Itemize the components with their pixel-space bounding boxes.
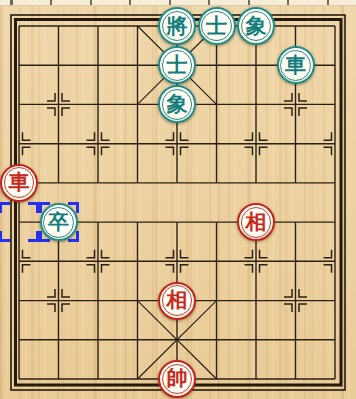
piece-red-general[interactable]: 帥: [158, 360, 196, 398]
piece-black-soldier[interactable]: 卒: [40, 203, 78, 241]
marker-corner: [28, 202, 39, 213]
piece-red-elephant[interactable]: 相: [237, 203, 275, 241]
piece-glyph: 帥: [167, 368, 188, 389]
piece-black-general[interactable]: 將: [158, 7, 196, 45]
marker-corner: [28, 231, 39, 242]
piece-glyph: 車: [285, 54, 306, 75]
piece-red-elephant[interactable]: 相: [158, 282, 196, 320]
piece-red-chariot[interactable]: 車: [0, 164, 38, 202]
piece-glyph: 士: [167, 54, 188, 75]
piece-glyph: 將: [167, 15, 188, 36]
piece-glyph: 卒: [48, 211, 69, 232]
last-move-marker-from: [0, 202, 39, 242]
board-grid[interactable]: 將士象士車象車卒相相帥: [0, 6, 355, 398]
piece-glyph: 象: [246, 15, 267, 36]
piece-glyph: 車: [9, 172, 30, 193]
piece-glyph: 相: [167, 290, 188, 311]
piece-black-advisor[interactable]: 士: [158, 46, 196, 84]
piece-glyph: 象: [167, 93, 188, 114]
marker-corner: [0, 202, 10, 213]
piece-glyph: 相: [246, 211, 267, 232]
piece-black-advisor[interactable]: 士: [198, 7, 236, 45]
piece-black-elephant[interactable]: 象: [237, 7, 275, 45]
piece-black-chariot[interactable]: 車: [277, 46, 315, 84]
piece-glyph: 士: [206, 15, 227, 36]
xiangqi-board: 將士象士車象車卒相相帥: [0, 0, 356, 399]
marker-corner: [0, 231, 10, 242]
piece-black-elephant[interactable]: 象: [158, 85, 196, 123]
